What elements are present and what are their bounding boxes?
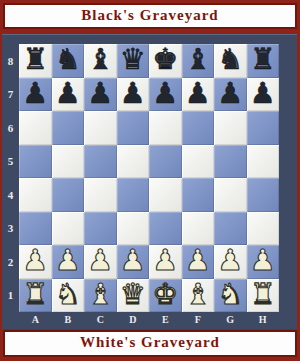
square-h6[interactable] [247,111,280,145]
piece-white-bishop[interactable]: ♝ [87,279,113,311]
square-e3[interactable] [149,212,182,246]
square-g6[interactable] [214,111,247,145]
square-c3[interactable] [84,212,117,246]
piece-white-pawn[interactable]: ♟ [152,245,178,277]
square-a3[interactable] [19,212,52,246]
square-g3[interactable] [214,212,247,246]
rank-label-5: 5 [2,145,19,179]
white-graveyard-panel: White's Graveyard [3,330,297,357]
square-c4[interactable] [84,178,117,212]
piece-black-rook[interactable]: ♜ [22,44,48,76]
piece-black-pawn[interactable]: ♟ [55,78,81,110]
piece-white-king[interactable]: ♚ [152,279,178,311]
file-label-d: D [117,312,150,329]
square-a7[interactable]: ♟ [19,78,52,112]
file-label-f: F [182,312,215,329]
white-graveyard-title: White's Graveyard [80,334,220,351]
square-g8[interactable]: ♞ [214,44,247,78]
piece-white-rook[interactable]: ♜ [250,279,276,311]
chess-board: ♜♞♝♛♚♝♞♜♟♟♟♟♟♟♟♟♟♟♟♟♟♟♟♟♜♞♝♛♚♝♞♜ [19,44,279,312]
square-d8[interactable]: ♛ [117,44,150,78]
square-f2[interactable]: ♟ [182,245,215,279]
square-e2[interactable]: ♟ [149,245,182,279]
piece-black-queen[interactable]: ♛ [120,44,146,76]
square-h1[interactable]: ♜ [247,279,280,313]
square-g1[interactable]: ♞ [214,279,247,313]
piece-black-bishop[interactable]: ♝ [87,44,113,76]
square-a5[interactable] [19,145,52,179]
piece-black-knight[interactable]: ♞ [55,44,81,76]
chess-board-frame: 87654321 ♜♞♝♛♚♝♞♜♟♟♟♟♟♟♟♟♟♟♟♟♟♟♟♟♜♞♝♛♚♝♞… [2,34,297,329]
square-g5[interactable] [214,145,247,179]
piece-white-pawn[interactable]: ♟ [120,245,146,277]
square-c5[interactable] [84,145,117,179]
square-b7[interactable]: ♟ [52,78,85,112]
square-d2[interactable]: ♟ [117,245,150,279]
piece-white-rook[interactable]: ♜ [22,279,48,311]
square-h4[interactable] [247,178,280,212]
piece-black-king[interactable]: ♚ [152,44,178,76]
rank-label-7: 7 [2,78,19,112]
chess-app: Black's Graveyard 87654321 ♜♞♝♛♚♝♞♜♟♟♟♟♟… [0,0,300,361]
square-g2[interactable]: ♟ [214,245,247,279]
square-c2[interactable]: ♟ [84,245,117,279]
square-a8[interactable]: ♜ [19,44,52,78]
piece-white-pawn[interactable]: ♟ [185,245,211,277]
square-h8[interactable]: ♜ [247,44,280,78]
square-b1[interactable]: ♞ [52,279,85,313]
square-e5[interactable] [149,145,182,179]
square-e1[interactable]: ♚ [149,279,182,313]
square-a6[interactable] [19,111,52,145]
piece-white-bishop[interactable]: ♝ [185,279,211,311]
square-d1[interactable]: ♛ [117,279,150,313]
square-c1[interactable]: ♝ [84,279,117,313]
square-c6[interactable] [84,111,117,145]
square-h3[interactable] [247,212,280,246]
piece-black-pawn[interactable]: ♟ [22,78,48,110]
file-label-e: E [149,312,182,329]
square-b6[interactable] [52,111,85,145]
square-e6[interactable] [149,111,182,145]
rank-label-8: 8 [2,44,19,78]
square-d7[interactable]: ♟ [117,78,150,112]
piece-white-knight[interactable]: ♞ [217,279,243,311]
rank-label-2: 2 [2,245,19,279]
piece-white-pawn[interactable]: ♟ [55,245,81,277]
piece-black-bishop[interactable]: ♝ [185,44,211,76]
square-f4[interactable] [182,178,215,212]
square-h2[interactable]: ♟ [247,245,280,279]
file-label-g: G [214,312,247,329]
black-graveyard-title: Black's Graveyard [81,7,218,24]
square-e4[interactable] [149,178,182,212]
rank-label-3: 3 [2,212,19,246]
square-g4[interactable] [214,178,247,212]
file-label-c: C [84,312,117,329]
square-f3[interactable] [182,212,215,246]
square-a4[interactable] [19,178,52,212]
square-g7[interactable]: ♟ [214,78,247,112]
rank-label-1: 1 [2,279,19,313]
file-label-h: H [247,312,280,329]
square-e8[interactable]: ♚ [149,44,182,78]
rank-labels: 87654321 [2,44,19,312]
square-d3[interactable] [117,212,150,246]
piece-white-knight[interactable]: ♞ [55,279,81,311]
square-f5[interactable] [182,145,215,179]
piece-white-pawn[interactable]: ♟ [22,245,48,277]
file-label-b: B [52,312,85,329]
piece-black-pawn[interactable]: ♟ [250,78,276,110]
square-d6[interactable] [117,111,150,145]
square-e7[interactable]: ♟ [149,78,182,112]
square-c7[interactable]: ♟ [84,78,117,112]
piece-black-pawn[interactable]: ♟ [185,78,211,110]
square-f7[interactable]: ♟ [182,78,215,112]
piece-white-pawn[interactable]: ♟ [87,245,113,277]
square-b8[interactable]: ♞ [52,44,85,78]
piece-white-pawn[interactable]: ♟ [217,245,243,277]
square-a2[interactable]: ♟ [19,245,52,279]
square-d5[interactable] [117,145,150,179]
square-c8[interactable]: ♝ [84,44,117,78]
square-b3[interactable] [52,212,85,246]
square-f8[interactable]: ♝ [182,44,215,78]
square-b5[interactable] [52,145,85,179]
square-f6[interactable] [182,111,215,145]
rank-label-6: 6 [2,111,19,145]
piece-black-knight[interactable]: ♞ [217,44,243,76]
rank-label-4: 4 [2,178,19,212]
file-labels: ABCDEFGH [19,312,279,329]
piece-white-queen[interactable]: ♛ [120,279,146,311]
square-b2[interactable]: ♟ [52,245,85,279]
square-h5[interactable] [247,145,280,179]
piece-black-pawn[interactable]: ♟ [217,78,243,110]
piece-black-rook[interactable]: ♜ [250,44,276,76]
piece-black-pawn[interactable]: ♟ [152,78,178,110]
square-h7[interactable]: ♟ [247,78,280,112]
square-b4[interactable] [52,178,85,212]
piece-black-pawn[interactable]: ♟ [120,78,146,110]
square-d4[interactable] [117,178,150,212]
black-graveyard-panel: Black's Graveyard [3,3,297,29]
file-label-a: A [19,312,52,329]
square-a1[interactable]: ♜ [19,279,52,313]
piece-black-pawn[interactable]: ♟ [87,78,113,110]
square-f1[interactable]: ♝ [182,279,215,313]
piece-white-pawn[interactable]: ♟ [250,245,276,277]
